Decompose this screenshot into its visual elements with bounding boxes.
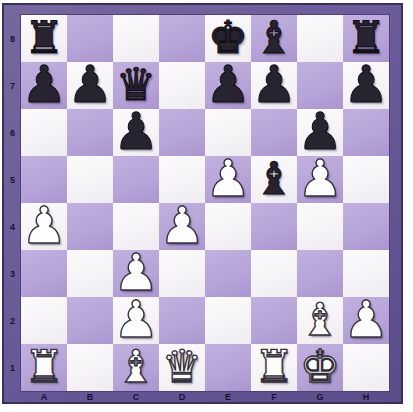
square-b8[interactable] — [67, 15, 113, 62]
piece-black-bishop: ♝ — [254, 156, 294, 201]
square-f1[interactable]: ♜ — [251, 344, 297, 391]
square-f5[interactable]: ♝ — [251, 156, 297, 203]
square-f8[interactable]: ♝ — [251, 15, 297, 62]
rank-label-7: 7 — [4, 62, 21, 109]
square-e6[interactable] — [205, 109, 251, 156]
square-g1[interactable]: ♚ — [297, 344, 343, 391]
square-h3[interactable] — [343, 250, 389, 297]
board-frame: 87654321 ♜♚♝♜♟♟♛♟♟♟♟♟♟♝♟♟♟♟♟♝♟♜♝♛♜♚ ABCD… — [2, 3, 403, 404]
square-c1[interactable]: ♝ — [113, 344, 159, 391]
piece-white-bishop: ♝ — [300, 297, 340, 342]
square-d8[interactable] — [159, 15, 205, 62]
square-c7[interactable]: ♛ — [113, 62, 159, 109]
square-b5[interactable] — [67, 156, 113, 203]
square-b4[interactable] — [67, 203, 113, 250]
square-a4[interactable]: ♟ — [21, 203, 67, 250]
piece-black-pawn: ♟ — [21, 62, 67, 109]
square-e4[interactable] — [205, 203, 251, 250]
square-h1[interactable] — [343, 344, 389, 391]
square-b7[interactable]: ♟ — [67, 62, 113, 109]
file-label-c: C — [113, 391, 159, 402]
square-e1[interactable] — [205, 344, 251, 391]
square-f6[interactable] — [251, 109, 297, 156]
square-a6[interactable] — [21, 109, 67, 156]
square-h2[interactable]: ♟ — [343, 297, 389, 344]
square-c3[interactable]: ♟ — [113, 250, 159, 297]
square-h5[interactable] — [343, 156, 389, 203]
square-b2[interactable] — [67, 297, 113, 344]
square-f2[interactable] — [251, 297, 297, 344]
piece-white-pawn: ♟ — [159, 203, 205, 250]
piece-black-pawn: ♟ — [251, 62, 297, 109]
square-d6[interactable] — [159, 109, 205, 156]
piece-white-king: ♚ — [300, 344, 340, 389]
square-b3[interactable] — [67, 250, 113, 297]
square-g6[interactable]: ♟ — [297, 109, 343, 156]
square-a2[interactable] — [21, 297, 67, 344]
piece-black-rook: ♜ — [24, 15, 64, 60]
file-label-d: D — [159, 391, 205, 402]
rank-label-4: 4 — [4, 203, 21, 250]
file-label-e: E — [205, 391, 251, 402]
piece-white-pawn: ♟ — [297, 156, 343, 203]
square-e8[interactable]: ♚ — [205, 15, 251, 62]
file-label-a: A — [21, 391, 67, 402]
piece-white-bishop: ♝ — [116, 344, 156, 389]
square-e7[interactable]: ♟ — [205, 62, 251, 109]
square-d4[interactable]: ♟ — [159, 203, 205, 250]
square-h6[interactable] — [343, 109, 389, 156]
square-b1[interactable] — [67, 344, 113, 391]
square-c4[interactable] — [113, 203, 159, 250]
square-c8[interactable] — [113, 15, 159, 62]
rank-label-8: 8 — [4, 15, 21, 62]
square-a1[interactable]: ♜ — [21, 344, 67, 391]
square-d1[interactable]: ♛ — [159, 344, 205, 391]
piece-black-pawn: ♟ — [297, 109, 343, 156]
piece-black-pawn: ♟ — [205, 62, 251, 109]
rank-label-3: 3 — [4, 250, 21, 297]
square-h7[interactable]: ♟ — [343, 62, 389, 109]
piece-black-rook: ♜ — [346, 15, 386, 60]
square-g4[interactable] — [297, 203, 343, 250]
square-g5[interactable]: ♟ — [297, 156, 343, 203]
piece-black-pawn: ♟ — [343, 62, 389, 109]
piece-white-queen: ♛ — [162, 344, 202, 389]
piece-black-pawn: ♟ — [113, 109, 159, 156]
square-h8[interactable]: ♜ — [343, 15, 389, 62]
square-g3[interactable] — [297, 250, 343, 297]
square-d7[interactable] — [159, 62, 205, 109]
file-labels: ABCDEFGH — [21, 391, 389, 402]
piece-white-rook: ♜ — [254, 344, 294, 389]
square-d5[interactable] — [159, 156, 205, 203]
piece-black-bishop: ♝ — [254, 15, 294, 60]
square-e2[interactable] — [205, 297, 251, 344]
chess-board: ♜♚♝♜♟♟♛♟♟♟♟♟♟♝♟♟♟♟♟♝♟♜♝♛♜♚ — [21, 15, 389, 391]
file-label-g: G — [297, 391, 343, 402]
square-h4[interactable] — [343, 203, 389, 250]
square-c5[interactable] — [113, 156, 159, 203]
piece-black-queen: ♛ — [116, 62, 156, 107]
square-a8[interactable]: ♜ — [21, 15, 67, 62]
square-f3[interactable] — [251, 250, 297, 297]
piece-white-rook: ♜ — [24, 344, 64, 389]
rank-label-1: 1 — [4, 344, 21, 391]
file-label-f: F — [251, 391, 297, 402]
rank-label-5: 5 — [4, 156, 21, 203]
rank-label-2: 2 — [4, 297, 21, 344]
piece-white-pawn: ♟ — [205, 156, 251, 203]
rank-label-6: 6 — [4, 109, 21, 156]
square-e3[interactable] — [205, 250, 251, 297]
square-g2[interactable]: ♝ — [297, 297, 343, 344]
square-c6[interactable]: ♟ — [113, 109, 159, 156]
file-label-h: H — [343, 391, 389, 402]
piece-white-pawn: ♟ — [113, 297, 159, 344]
square-f7[interactable]: ♟ — [251, 62, 297, 109]
square-a3[interactable] — [21, 250, 67, 297]
piece-white-pawn: ♟ — [21, 203, 67, 250]
square-g8[interactable] — [297, 15, 343, 62]
square-f4[interactable] — [251, 203, 297, 250]
piece-black-pawn: ♟ — [67, 62, 113, 109]
piece-black-king: ♚ — [208, 15, 248, 60]
file-label-b: B — [67, 391, 113, 402]
square-d3[interactable] — [159, 250, 205, 297]
square-c2[interactable]: ♟ — [113, 297, 159, 344]
square-g7[interactable] — [297, 62, 343, 109]
chess-diagram: 87654321 ♜♚♝♜♟♟♛♟♟♟♟♟♟♝♟♟♟♟♟♝♟♜♝♛♜♚ ABCD… — [0, 0, 413, 412]
piece-white-pawn: ♟ — [343, 297, 389, 344]
rank-labels: 87654321 — [4, 15, 21, 391]
square-a5[interactable] — [21, 156, 67, 203]
square-b6[interactable] — [67, 109, 113, 156]
square-e5[interactable]: ♟ — [205, 156, 251, 203]
square-d2[interactable] — [159, 297, 205, 344]
piece-white-pawn: ♟ — [113, 250, 159, 297]
square-a7[interactable]: ♟ — [21, 62, 67, 109]
